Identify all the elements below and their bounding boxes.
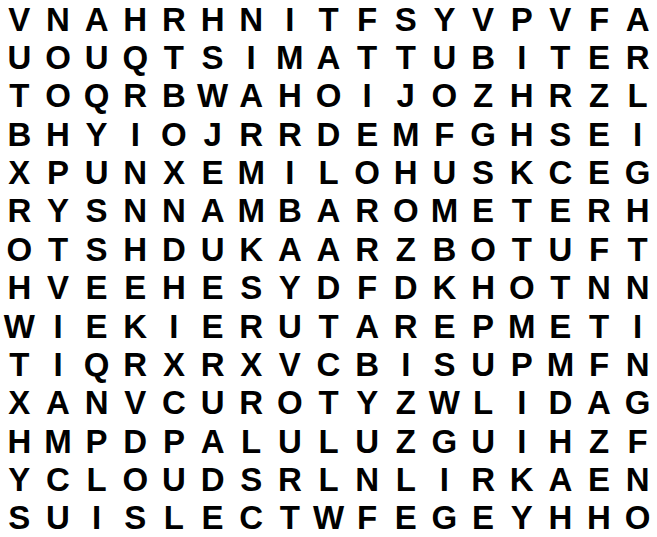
grid-cell-r11c17[interactable]: G <box>618 384 657 422</box>
grid-cell-r10c14[interactable]: P <box>502 345 541 383</box>
grid-cell-r6c4[interactable]: N <box>116 192 155 230</box>
grid-cell-r11c14[interactable]: I <box>502 384 541 422</box>
grid-cell-r13c15[interactable]: A <box>541 460 580 498</box>
grid-cell-r10c10[interactable]: B <box>348 345 387 383</box>
grid-cell-r4c13[interactable]: G <box>464 115 503 153</box>
grid-cell-r7c17[interactable]: T <box>618 230 657 268</box>
grid-cell-r7c13[interactable]: O <box>464 230 503 268</box>
grid-cell-r7c15[interactable]: U <box>541 230 580 268</box>
grid-cell-r11c1[interactable]: X <box>0 384 39 422</box>
grid-cell-r13c13[interactable]: R <box>464 460 503 498</box>
grid-cell-r5c7[interactable]: M <box>232 153 271 191</box>
grid-cell-r5c1[interactable]: X <box>0 153 39 191</box>
grid-cell-r8c8[interactable]: Y <box>271 269 310 307</box>
grid-cell-r7c14[interactable]: T <box>502 230 541 268</box>
grid-cell-r11c5[interactable]: C <box>155 384 194 422</box>
grid-cell-r6c15[interactable]: E <box>541 192 580 230</box>
grid-cell-r3c11[interactable]: J <box>386 77 425 115</box>
grid-cell-r10c17[interactable]: N <box>618 345 657 383</box>
grid-cell-r11c16[interactable]: A <box>580 384 619 422</box>
grid-cell-r6c7[interactable]: M <box>232 192 271 230</box>
grid-cell-r12c17[interactable]: F <box>618 422 657 460</box>
grid-cell-r7c6[interactable]: U <box>193 230 232 268</box>
grid-cell-r3c13[interactable]: Z <box>464 77 503 115</box>
grid-cell-r3c3[interactable]: Q <box>77 77 116 115</box>
grid-cell-r13c14[interactable]: K <box>502 460 541 498</box>
grid-cell-r10c12[interactable]: S <box>425 345 464 383</box>
grid-cell-r7c9[interactable]: A <box>309 230 348 268</box>
grid-cell-r10c2[interactable]: I <box>39 345 78 383</box>
grid-cell-r13c4[interactable]: O <box>116 460 155 498</box>
grid-cell-r12c2[interactable]: M <box>39 422 78 460</box>
grid-cell-r2c8[interactable]: M <box>271 38 310 76</box>
grid-cell-r1c6[interactable]: H <box>193 0 232 38</box>
grid-cell-r9c7[interactable]: R <box>232 307 271 345</box>
grid-cell-r1c15[interactable]: V <box>541 0 580 38</box>
grid-cell-r11c2[interactable]: A <box>39 384 78 422</box>
grid-cell-r4c15[interactable]: S <box>541 115 580 153</box>
grid-cell-r6c5[interactable]: N <box>155 192 194 230</box>
grid-cell-r9c13[interactable]: P <box>464 307 503 345</box>
grid-cell-r14c12[interactable]: G <box>425 499 464 537</box>
grid-cell-r4c11[interactable]: M <box>386 115 425 153</box>
grid-cell-r5c5[interactable]: X <box>155 153 194 191</box>
grid-cell-r2c1[interactable]: U <box>0 38 39 76</box>
grid-cell-r10c4[interactable]: R <box>116 345 155 383</box>
grid-cell-r3c14[interactable]: H <box>502 77 541 115</box>
grid-cell-r1c11[interactable]: S <box>386 0 425 38</box>
grid-cell-r14c16[interactable]: H <box>580 499 619 537</box>
grid-cell-r1c1[interactable]: V <box>0 0 39 38</box>
grid-cell-r7c4[interactable]: H <box>116 230 155 268</box>
grid-cell-r8c11[interactable]: D <box>386 269 425 307</box>
grid-cell-r5c10[interactable]: O <box>348 153 387 191</box>
grid-cell-r8c14[interactable]: O <box>502 269 541 307</box>
grid-cell-r8c13[interactable]: H <box>464 269 503 307</box>
grid-cell-r5c16[interactable]: E <box>580 153 619 191</box>
grid-cell-r11c4[interactable]: V <box>116 384 155 422</box>
grid-cell-r2c6[interactable]: S <box>193 38 232 76</box>
grid-cell-r7c12[interactable]: B <box>425 230 464 268</box>
grid-cell-r2c12[interactable]: U <box>425 38 464 76</box>
grid-cell-r1c8[interactable]: I <box>271 0 310 38</box>
grid-cell-r9c11[interactable]: R <box>386 307 425 345</box>
grid-cell-r12c16[interactable]: Z <box>580 422 619 460</box>
grid-cell-r13c11[interactable]: L <box>386 460 425 498</box>
grid-cell-r1c3[interactable]: A <box>77 0 116 38</box>
grid-cell-r8c10[interactable]: F <box>348 269 387 307</box>
grid-cell-r6c16[interactable]: R <box>580 192 619 230</box>
grid-cell-r6c1[interactable]: R <box>0 192 39 230</box>
grid-cell-r9c14[interactable]: M <box>502 307 541 345</box>
grid-cell-r12c12[interactable]: G <box>425 422 464 460</box>
grid-cell-r9c4[interactable]: K <box>116 307 155 345</box>
grid-cell-r2c13[interactable]: B <box>464 38 503 76</box>
grid-cell-r4c3[interactable]: Y <box>77 115 116 153</box>
grid-cell-r2c14[interactable]: I <box>502 38 541 76</box>
grid-cell-r8c2[interactable]: V <box>39 269 78 307</box>
grid-cell-r12c3[interactable]: P <box>77 422 116 460</box>
grid-cell-r1c10[interactable]: F <box>348 0 387 38</box>
grid-cell-r12c15[interactable]: H <box>541 422 580 460</box>
grid-cell-r13c2[interactable]: C <box>39 460 78 498</box>
grid-cell-r14c3[interactable]: I <box>77 499 116 537</box>
grid-cell-r11c6[interactable]: U <box>193 384 232 422</box>
grid-cell-r8c12[interactable]: K <box>425 269 464 307</box>
grid-cell-r3c12[interactable]: O <box>425 77 464 115</box>
grid-cell-r2c4[interactable]: Q <box>116 38 155 76</box>
grid-cell-r13c6[interactable]: D <box>193 460 232 498</box>
grid-cell-r12c6[interactable]: A <box>193 422 232 460</box>
grid-cell-r13c16[interactable]: E <box>580 460 619 498</box>
grid-cell-r1c5[interactable]: R <box>155 0 194 38</box>
grid-cell-r7c3[interactable]: S <box>77 230 116 268</box>
grid-cell-r10c6[interactable]: R <box>193 345 232 383</box>
grid-cell-r1c14[interactable]: P <box>502 0 541 38</box>
grid-cell-r9c1[interactable]: W <box>0 307 39 345</box>
grid-cell-r4c5[interactable]: O <box>155 115 194 153</box>
grid-cell-r2c2[interactable]: O <box>39 38 78 76</box>
grid-cell-r9c10[interactable]: A <box>348 307 387 345</box>
grid-cell-r9c3[interactable]: E <box>77 307 116 345</box>
grid-cell-r5c2[interactable]: P <box>39 153 78 191</box>
grid-cell-r14c17[interactable]: O <box>618 499 657 537</box>
grid-cell-r2c17[interactable]: R <box>618 38 657 76</box>
grid-cell-r1c17[interactable]: A <box>618 0 657 38</box>
grid-cell-r10c15[interactable]: M <box>541 345 580 383</box>
grid-cell-r3c10[interactable]: I <box>348 77 387 115</box>
grid-cell-r12c9[interactable]: L <box>309 422 348 460</box>
grid-cell-r11c15[interactable]: D <box>541 384 580 422</box>
grid-cell-r2c3[interactable]: U <box>77 38 116 76</box>
grid-cell-r6c3[interactable]: S <box>77 192 116 230</box>
grid-cell-r13c1[interactable]: Y <box>0 460 39 498</box>
grid-cell-r4c10[interactable]: E <box>348 115 387 153</box>
grid-cell-r9c5[interactable]: I <box>155 307 194 345</box>
grid-cell-r7c7[interactable]: K <box>232 230 271 268</box>
grid-cell-r5c4[interactable]: N <box>116 153 155 191</box>
grid-cell-r5c3[interactable]: U <box>77 153 116 191</box>
grid-cell-r8c3[interactable]: E <box>77 269 116 307</box>
grid-cell-r4c6[interactable]: J <box>193 115 232 153</box>
grid-cell-r14c11[interactable]: E <box>386 499 425 537</box>
grid-cell-r10c5[interactable]: X <box>155 345 194 383</box>
grid-cell-r6c2[interactable]: Y <box>39 192 78 230</box>
grid-cell-r6c11[interactable]: O <box>386 192 425 230</box>
grid-cell-r13c8[interactable]: R <box>271 460 310 498</box>
grid-cell-r12c14[interactable]: I <box>502 422 541 460</box>
grid-cell-r1c2[interactable]: N <box>39 0 78 38</box>
grid-cell-r12c11[interactable]: Z <box>386 422 425 460</box>
grid-cell-r6c9[interactable]: A <box>309 192 348 230</box>
grid-cell-r8c4[interactable]: E <box>116 269 155 307</box>
grid-cell-r7c8[interactable]: A <box>271 230 310 268</box>
grid-cell-r14c13[interactable]: E <box>464 499 503 537</box>
grid-cell-r3c17[interactable]: L <box>618 77 657 115</box>
grid-cell-r8c7[interactable]: S <box>232 269 271 307</box>
grid-cell-r1c13[interactable]: V <box>464 0 503 38</box>
grid-cell-r4c4[interactable]: I <box>116 115 155 153</box>
grid-cell-r3c9[interactable]: O <box>309 77 348 115</box>
grid-cell-r4c12[interactable]: F <box>425 115 464 153</box>
grid-cell-r7c2[interactable]: T <box>39 230 78 268</box>
grid-cell-r12c13[interactable]: U <box>464 422 503 460</box>
grid-cell-r3c6[interactable]: W <box>193 77 232 115</box>
grid-cell-r6c12[interactable]: M <box>425 192 464 230</box>
grid-cell-r11c13[interactable]: L <box>464 384 503 422</box>
grid-cell-r9c17[interactable]: I <box>618 307 657 345</box>
grid-cell-r6c8[interactable]: B <box>271 192 310 230</box>
grid-cell-r9c2[interactable]: I <box>39 307 78 345</box>
grid-cell-r4c9[interactable]: D <box>309 115 348 153</box>
grid-cell-r10c3[interactable]: Q <box>77 345 116 383</box>
grid-cell-r9c15[interactable]: E <box>541 307 580 345</box>
grid-cell-r11c8[interactable]: O <box>271 384 310 422</box>
grid-cell-r14c4[interactable]: S <box>116 499 155 537</box>
grid-cell-r11c12[interactable]: W <box>425 384 464 422</box>
grid-cell-r9c12[interactable]: E <box>425 307 464 345</box>
grid-cell-r13c17[interactable]: N <box>618 460 657 498</box>
grid-cell-r9c6[interactable]: E <box>193 307 232 345</box>
grid-cell-r5c6[interactable]: E <box>193 153 232 191</box>
grid-cell-r12c10[interactable]: U <box>348 422 387 460</box>
grid-cell-r4c16[interactable]: E <box>580 115 619 153</box>
grid-cell-r1c12[interactable]: Y <box>425 0 464 38</box>
grid-cell-r11c3[interactable]: N <box>77 384 116 422</box>
grid-cell-r5c8[interactable]: I <box>271 153 310 191</box>
grid-cell-r2c9[interactable]: A <box>309 38 348 76</box>
grid-cell-r8c17[interactable]: N <box>618 269 657 307</box>
grid-cell-r6c17[interactable]: H <box>618 192 657 230</box>
grid-cell-r9c9[interactable]: T <box>309 307 348 345</box>
grid-cell-r4c7[interactable]: R <box>232 115 271 153</box>
grid-cell-r2c16[interactable]: E <box>580 38 619 76</box>
grid-cell-r12c7[interactable]: L <box>232 422 271 460</box>
grid-cell-r7c1[interactable]: O <box>0 230 39 268</box>
grid-cell-r6c14[interactable]: T <box>502 192 541 230</box>
grid-cell-r13c12[interactable]: I <box>425 460 464 498</box>
grid-cell-r11c11[interactable]: Z <box>386 384 425 422</box>
grid-cell-r9c16[interactable]: T <box>580 307 619 345</box>
grid-cell-r8c15[interactable]: T <box>541 269 580 307</box>
grid-cell-r6c13[interactable]: E <box>464 192 503 230</box>
word-search-board: VNAHRHNITFSYVPVFAUOUQTSIMATTUBITERTOQRBW… <box>0 0 657 537</box>
grid-cell-r12c1[interactable]: H <box>0 422 39 460</box>
grid-cell-r7c11[interactable]: Z <box>386 230 425 268</box>
grid-cell-r1c9[interactable]: T <box>309 0 348 38</box>
grid-cell-r14c7[interactable]: C <box>232 499 271 537</box>
grid-cell-r4c17[interactable]: I <box>618 115 657 153</box>
grid-cell-r6c6[interactable]: A <box>193 192 232 230</box>
grid-cell-r14c1[interactable]: S <box>0 499 39 537</box>
grid-cell-r5c12[interactable]: U <box>425 153 464 191</box>
grid-cell-r8c16[interactable]: N <box>580 269 619 307</box>
grid-cell-r5c17[interactable]: G <box>618 153 657 191</box>
grid-cell-r1c16[interactable]: F <box>580 0 619 38</box>
grid-cell-r13c10[interactable]: N <box>348 460 387 498</box>
grid-cell-r12c5[interactable]: P <box>155 422 194 460</box>
grid-cell-r14c14[interactable]: Y <box>502 499 541 537</box>
grid-cell-r3c1[interactable]: T <box>0 77 39 115</box>
grid-cell-r10c11[interactable]: I <box>386 345 425 383</box>
grid-cell-r14c2[interactable]: U <box>39 499 78 537</box>
grid-cell-r7c5[interactable]: D <box>155 230 194 268</box>
grid-cell-r10c8[interactable]: V <box>271 345 310 383</box>
grid-cell-r4c2[interactable]: H <box>39 115 78 153</box>
grid-cell-r11c9[interactable]: T <box>309 384 348 422</box>
grid-cell-r3c7[interactable]: A <box>232 77 271 115</box>
grid-cell-r14c8[interactable]: T <box>271 499 310 537</box>
grid-cell-r3c16[interactable]: Z <box>580 77 619 115</box>
grid-cell-r9c8[interactable]: U <box>271 307 310 345</box>
grid-cell-r14c6[interactable]: E <box>193 499 232 537</box>
grid-cell-r14c15[interactable]: H <box>541 499 580 537</box>
grid-cell-r5c14[interactable]: K <box>502 153 541 191</box>
grid-cell-r12c4[interactable]: D <box>116 422 155 460</box>
grid-cell-r3c2[interactable]: O <box>39 77 78 115</box>
grid-cell-r6c10[interactable]: R <box>348 192 387 230</box>
grid-cell-r2c5[interactable]: T <box>155 38 194 76</box>
grid-cell-r11c7[interactable]: R <box>232 384 271 422</box>
grid-cell-r13c9[interactable]: L <box>309 460 348 498</box>
grid-cell-r1c4[interactable]: H <box>116 0 155 38</box>
grid-cell-r3c15[interactable]: R <box>541 77 580 115</box>
grid-cell-r3c4[interactable]: R <box>116 77 155 115</box>
grid-cell-r11c10[interactable]: Y <box>348 384 387 422</box>
grid-cell-r14c9[interactable]: W <box>309 499 348 537</box>
grid-cell-r10c7[interactable]: X <box>232 345 271 383</box>
grid-cell-r14c5[interactable]: L <box>155 499 194 537</box>
grid-cell-r5c9[interactable]: L <box>309 153 348 191</box>
grid-cell-r5c15[interactable]: C <box>541 153 580 191</box>
grid-cell-r10c13[interactable]: U <box>464 345 503 383</box>
grid-cell-r7c10[interactable]: R <box>348 230 387 268</box>
grid-cell-r10c16[interactable]: F <box>580 345 619 383</box>
grid-cell-r2c7[interactable]: I <box>232 38 271 76</box>
grid-cell-r3c5[interactable]: B <box>155 77 194 115</box>
grid-cell-r8c6[interactable]: E <box>193 269 232 307</box>
grid-cell-r5c11[interactable]: H <box>386 153 425 191</box>
grid-cell-r1c7[interactable]: N <box>232 0 271 38</box>
grid-cell-r8c1[interactable]: H <box>0 269 39 307</box>
grid-cell-r4c1[interactable]: B <box>0 115 39 153</box>
grid-cell-r4c8[interactable]: R <box>271 115 310 153</box>
grid-cell-r5c13[interactable]: S <box>464 153 503 191</box>
grid-cell-r13c3[interactable]: L <box>77 460 116 498</box>
grid-cell-r12c8[interactable]: U <box>271 422 310 460</box>
grid-cell-r2c10[interactable]: T <box>348 38 387 76</box>
grid-cell-r7c16[interactable]: F <box>580 230 619 268</box>
grid-cell-r10c9[interactable]: C <box>309 345 348 383</box>
grid-cell-r4c14[interactable]: H <box>502 115 541 153</box>
grid-cell-r2c15[interactable]: T <box>541 38 580 76</box>
grid-cell-r2c11[interactable]: T <box>386 38 425 76</box>
grid-cell-r14c10[interactable]: F <box>348 499 387 537</box>
grid-cell-r13c7[interactable]: S <box>232 460 271 498</box>
grid-cell-r8c5[interactable]: H <box>155 269 194 307</box>
grid-cell-r3c8[interactable]: H <box>271 77 310 115</box>
grid-cell-r10c1[interactable]: T <box>0 345 39 383</box>
grid-cell-r8c9[interactable]: D <box>309 269 348 307</box>
grid-cell-r13c5[interactable]: U <box>155 460 194 498</box>
